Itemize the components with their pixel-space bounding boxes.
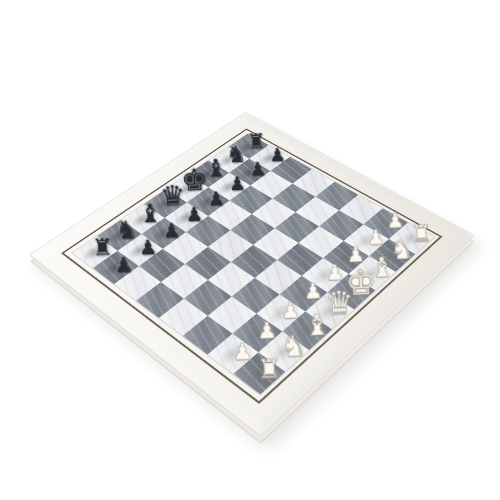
black-pawn-a7[interactable]: ♟ <box>107 254 141 276</box>
chess-board: ♜♞♝♛♚♝♞♜♟♟♟♟♟♟♟♟♟♟♟♟♟♟♟♟♜♞♝♛♚♝♞♜ <box>29 112 475 437</box>
photo-tilt-wrapper: ♜♞♝♛♚♝♞♜♟♟♟♟♟♟♟♟♟♟♟♟♟♟♟♟♜♞♝♛♚♝♞♜ <box>0 0 500 500</box>
white-rook-a1[interactable]: ♜ <box>250 355 288 383</box>
scene: ♜♞♝♛♚♝♞♜♟♟♟♟♟♟♟♟♟♟♟♟♟♟♟♟♜♞♝♛♚♝♞♜ <box>0 0 500 500</box>
